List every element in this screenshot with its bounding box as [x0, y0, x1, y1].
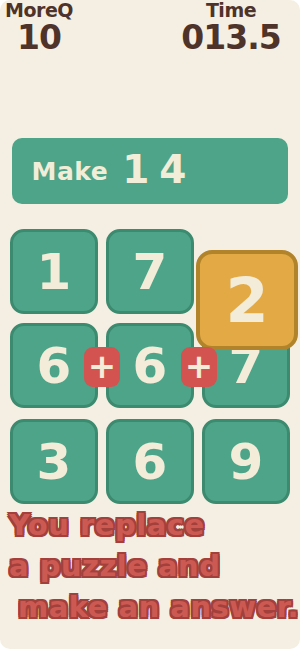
target-number: 14 [122, 147, 196, 192]
tutorial-line-2: a puzzle and [9, 546, 299, 587]
tutorial-text: You replace a puzzle and make an answer. [9, 505, 299, 628]
time-stat: Time 013.5 [168, 0, 294, 55]
time-label: Time [168, 0, 294, 20]
tile-r3c2[interactable]: 6 [106, 419, 194, 504]
make-label: Make [32, 157, 109, 186]
moreq-value: 10 [0, 21, 78, 55]
plus-operator-icon: + [181, 347, 217, 387]
tile-r3c3[interactable]: 9 [202, 419, 290, 504]
game-screen: MoreQ 10 Time 013.5 Make 14 1 7 6 6 7 3 … [0, 0, 300, 649]
target-banner: Make 14 [12, 138, 288, 204]
tile-r1c2[interactable]: 7 [106, 229, 194, 314]
tile-r1c1[interactable]: 1 [10, 229, 98, 314]
dragged-tile[interactable]: 2 [196, 250, 298, 350]
tile-r3c1[interactable]: 3 [10, 419, 98, 504]
tutorial-line-1: You replace [9, 505, 299, 546]
tutorial-line-3: make an answer. [18, 587, 299, 628]
time-value: 013.5 [168, 21, 294, 55]
moreq-stat: MoreQ 10 [0, 0, 78, 55]
moreq-label: MoreQ [0, 0, 78, 20]
plus-operator-icon: + [84, 347, 120, 387]
